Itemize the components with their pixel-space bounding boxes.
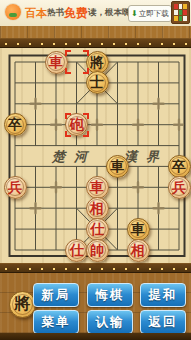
menu-button[interactable]: 菜单 (33, 310, 79, 334)
piece-red-chariot[interactable]: 車 (86, 176, 109, 199)
pieces-layer: 車將士卒砲車卒兵車兵相仕車仕帥相 (0, 48, 191, 263)
ad-headline-part1: 百本 (25, 6, 47, 21)
piece-red-general[interactable]: 帥 (86, 239, 109, 262)
ad-app-icon (171, 1, 190, 24)
piece-red-elephant[interactable]: 相 (127, 239, 150, 262)
piece-black-pawn[interactable]: 卒 (168, 155, 191, 178)
piece-red-pawn[interactable]: 兵 (168, 176, 191, 199)
piece-red-cannon[interactable]: 砲 (65, 113, 88, 136)
piece-black-pawn[interactable]: 卒 (4, 113, 27, 136)
ad-logo-icon (5, 4, 21, 20)
ad-banner[interactable]: 百本 热书 免费 读，根本嗨不下来 ⬇ 立即下载 (0, 0, 191, 27)
piece-red-advisor[interactable]: 仕 (86, 218, 109, 241)
piece-black-general[interactable]: 將 (86, 51, 109, 74)
ad-headline-part3: 免费 (64, 5, 88, 22)
last-move-marker (65, 50, 89, 74)
download-arrow-icon: ⬇ (131, 10, 138, 18)
new-game-button[interactable]: 新局 (33, 283, 79, 307)
undo-move-button[interactable]: 悔棋 (87, 283, 133, 307)
resign-button[interactable]: 认输 (87, 310, 133, 334)
piece-black-advisor[interactable]: 士 (86, 71, 109, 94)
ad-download-label: 立即下载 (139, 9, 169, 19)
piece-red-chariot[interactable]: 車 (45, 51, 68, 74)
piece-black-chariot[interactable]: 車 (106, 155, 129, 178)
piece-red-advisor[interactable]: 仕 (65, 239, 88, 262)
back-button[interactable]: 返回 (140, 310, 186, 334)
ad-headline-part2: 热书 (47, 7, 64, 19)
piece-black-chariot[interactable]: 車 (127, 218, 150, 241)
offer-draw-button[interactable]: 提和 (140, 283, 186, 307)
xiangqi-board[interactable]: 楚河 漢界 車將士卒砲車卒兵車兵相仕車仕帥相 (0, 48, 191, 263)
piece-red-pawn[interactable]: 兵 (4, 176, 27, 199)
ad-download-button[interactable]: ⬇ 立即下载 (128, 5, 172, 22)
bottom-bar (0, 333, 191, 340)
studded-rail-bottom (0, 263, 191, 273)
xiangqi-app-screen: 百本 热书 免费 读，根本嗨不下来 ⬇ 立即下载 楚河 漢界 車將士卒砲車卒兵車… (0, 0, 191, 340)
piece-red-elephant[interactable]: 相 (86, 197, 109, 220)
studded-rail-top (0, 38, 191, 48)
turn-indicator: 將 (9, 291, 36, 318)
